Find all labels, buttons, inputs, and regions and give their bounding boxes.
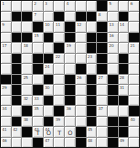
clue-number: 37 xyxy=(98,106,103,111)
grid-cell[interactable]: 4 xyxy=(65,1,75,11)
grid-cell[interactable] xyxy=(1,33,11,43)
grid-cell[interactable] xyxy=(22,138,32,148)
entered-letter: T xyxy=(33,127,43,137)
grid-cell[interactable] xyxy=(129,12,139,22)
clue-number: 45 xyxy=(88,127,93,132)
grid-cell[interactable] xyxy=(22,64,32,74)
clue-number: 18 xyxy=(23,43,28,48)
black-cell xyxy=(44,54,54,64)
clue-number: 46 xyxy=(2,138,7,143)
clue-number: 40 xyxy=(130,117,135,122)
black-cell xyxy=(22,12,32,22)
grid-cell[interactable] xyxy=(97,96,107,106)
black-cell xyxy=(97,64,107,74)
grid-cell[interactable] xyxy=(108,64,118,74)
clue-number: 41 xyxy=(2,127,7,132)
clue-number: 15 xyxy=(34,33,39,38)
grid-cell[interactable] xyxy=(108,54,118,64)
grid-cell[interactable]: 23 xyxy=(87,54,97,64)
black-cell xyxy=(1,75,11,85)
grid-cell[interactable]: 44O xyxy=(44,127,54,137)
black-cell xyxy=(108,138,118,148)
black-cell xyxy=(33,138,43,148)
clue-number: 12 xyxy=(77,22,82,27)
grid-cell[interactable] xyxy=(108,12,118,22)
black-cell xyxy=(87,96,97,106)
black-cell xyxy=(33,85,43,95)
clue-number: 28 xyxy=(120,75,125,80)
grid-cell[interactable] xyxy=(97,117,107,127)
clue-number: 33 xyxy=(34,96,39,101)
black-cell xyxy=(12,64,22,74)
grid-cell[interactable] xyxy=(54,138,64,148)
entered-letter: T xyxy=(54,127,64,137)
grid-cell[interactable] xyxy=(22,22,32,32)
clue-number: 27 xyxy=(98,75,103,80)
grid-cell[interactable] xyxy=(65,64,75,74)
black-cell xyxy=(119,64,129,74)
grid-cell[interactable]: 48 xyxy=(87,138,97,148)
black-cell xyxy=(12,12,22,22)
clue-number: 26 xyxy=(77,75,82,80)
grid-cell[interactable] xyxy=(65,138,75,148)
grid-cell[interactable]: 14 xyxy=(119,22,129,32)
black-cell xyxy=(12,54,22,64)
clue-number: 20 xyxy=(109,43,114,48)
grid-cell[interactable] xyxy=(129,85,139,95)
grid-cell[interactable] xyxy=(54,64,64,74)
grid-cell[interactable]: 1 xyxy=(1,1,11,11)
grid-cell[interactable] xyxy=(76,54,86,64)
grid-cell[interactable]: 34 xyxy=(1,106,11,116)
grid-cell[interactable] xyxy=(12,43,22,53)
clue-number: 24 xyxy=(45,64,50,69)
grid-cell[interactable]: 41 xyxy=(1,127,11,137)
grid-cell[interactable]: 17 xyxy=(1,43,11,53)
grid-cell[interactable]: 32 xyxy=(22,96,32,106)
grid-cell[interactable]: 19 xyxy=(65,43,75,53)
grid-cell[interactable]: 45 xyxy=(87,127,97,137)
black-cell xyxy=(12,33,22,43)
black-cell xyxy=(97,33,107,43)
black-cell xyxy=(44,96,54,106)
grid-cell[interactable] xyxy=(65,12,75,22)
grid-cell[interactable] xyxy=(119,106,129,116)
grid-cell[interactable] xyxy=(1,12,11,22)
grid-cell[interactable]: 27 xyxy=(97,75,107,85)
grid-cell[interactable] xyxy=(97,138,107,148)
clue-number: 7 xyxy=(34,12,36,17)
black-cell xyxy=(97,54,107,64)
grid-cell[interactable] xyxy=(76,1,86,11)
grid-cell[interactable]: 39 xyxy=(54,117,64,127)
grid-cell[interactable]: 35 xyxy=(33,106,43,116)
grid-cell[interactable] xyxy=(76,85,86,95)
clue-number: 32 xyxy=(23,96,28,101)
grid-cell[interactable] xyxy=(76,33,86,43)
grid-cell[interactable]: T xyxy=(54,127,64,137)
grid-cell[interactable] xyxy=(129,22,139,32)
grid-cell[interactable]: 20 xyxy=(108,43,118,53)
grid-cell[interactable]: 33 xyxy=(33,96,43,106)
grid-cell[interactable] xyxy=(129,138,139,148)
black-cell xyxy=(129,106,139,116)
grid-cell[interactable] xyxy=(119,1,129,11)
grid-cell[interactable]: 6 xyxy=(129,1,139,11)
clue-number: 34 xyxy=(2,106,7,111)
grid-cell[interactable]: 29 xyxy=(1,85,11,95)
clue-number: 22 xyxy=(55,54,60,59)
black-cell xyxy=(54,43,64,53)
black-cell xyxy=(22,127,32,137)
clue-number: 17 xyxy=(2,43,7,48)
crossword-board: 1234567891011121314151617181920212223242… xyxy=(0,0,140,148)
black-cell xyxy=(87,106,97,116)
black-cell xyxy=(87,33,97,43)
grid-cell[interactable]: 30 xyxy=(44,85,54,95)
black-cell xyxy=(33,64,43,74)
clue-number: 5 xyxy=(109,1,111,6)
grid-cell[interactable] xyxy=(129,75,139,85)
grid-cell[interactable] xyxy=(97,127,107,137)
clue-number: 2 xyxy=(34,1,36,6)
clue-number: 6 xyxy=(130,1,132,6)
clue-number: 1 xyxy=(2,1,4,6)
grid-cell[interactable]: 18 xyxy=(22,43,32,53)
black-cell xyxy=(44,117,54,127)
grid-cell[interactable] xyxy=(1,117,11,127)
grid-cell[interactable]: 2 xyxy=(33,1,43,11)
grid-cell[interactable]: 25 xyxy=(22,75,32,85)
grid-cell[interactable] xyxy=(54,33,64,43)
grid-cell[interactable] xyxy=(87,22,97,32)
grid-cell[interactable]: 28 xyxy=(119,75,129,85)
grid-cell[interactable] xyxy=(44,12,54,22)
grid-cell[interactable]: 13 xyxy=(108,22,118,32)
black-cell xyxy=(12,85,22,95)
black-cell xyxy=(97,1,107,11)
black-cell xyxy=(65,96,75,106)
grid-cell[interactable] xyxy=(1,64,11,74)
black-cell xyxy=(76,138,86,148)
grid-cell[interactable] xyxy=(54,96,64,106)
black-cell xyxy=(119,54,129,64)
grid-cell[interactable] xyxy=(87,1,97,11)
clue-number: 16 xyxy=(109,33,114,38)
grid-cell[interactable] xyxy=(22,85,32,95)
black-cell xyxy=(65,85,75,95)
grid-cell[interactable] xyxy=(12,22,22,32)
grid-cell[interactable] xyxy=(22,1,32,11)
grid-cell[interactable] xyxy=(33,117,43,127)
clue-number: 48 xyxy=(88,138,93,143)
grid-cell[interactable]: 3 xyxy=(44,1,54,11)
grid-cell[interactable]: 42 xyxy=(12,127,22,137)
grid-cell[interactable]: 36 xyxy=(65,106,75,116)
grid-cell[interactable]: 43T xyxy=(33,127,43,137)
grid-cell[interactable]: 16 xyxy=(108,33,118,43)
grid-cell[interactable]: 26 xyxy=(76,75,86,85)
clue-number: 25 xyxy=(23,75,28,80)
clue-number: 9 xyxy=(2,22,4,27)
grid-cell[interactable]: 24 xyxy=(44,64,54,74)
grid-cell[interactable] xyxy=(12,138,22,148)
black-cell xyxy=(97,22,107,32)
black-cell xyxy=(119,96,129,106)
grid-cell[interactable] xyxy=(119,33,129,43)
black-cell xyxy=(54,12,64,22)
clue-number: 3 xyxy=(45,1,47,6)
grid-cell[interactable]: 37 xyxy=(97,106,107,116)
grid-cell[interactable] xyxy=(76,43,86,53)
black-cell xyxy=(22,106,32,116)
grid-cell[interactable]: 47 xyxy=(44,138,54,148)
grid-cell[interactable] xyxy=(97,85,107,95)
grid-cell[interactable]: 15 xyxy=(33,33,43,43)
clue-number: 47 xyxy=(45,138,50,143)
grid-cell[interactable] xyxy=(76,96,86,106)
black-cell xyxy=(108,85,118,95)
clue-number: 10 xyxy=(45,22,50,27)
grid-cell[interactable]: 40 xyxy=(129,117,139,127)
grid-cell[interactable] xyxy=(22,54,32,64)
entered-letter: O xyxy=(65,127,75,137)
clue-number: 38 xyxy=(23,117,28,122)
grid-cell[interactable]: 9 xyxy=(1,22,11,32)
black-cell xyxy=(33,54,43,64)
grid-cell[interactable]: 7 xyxy=(33,12,43,22)
black-cell xyxy=(76,127,86,137)
grid-cell[interactable]: 46 xyxy=(1,138,11,148)
clue-number: 11 xyxy=(55,22,60,27)
clue-number: 35 xyxy=(34,106,39,111)
clue-number: 39 xyxy=(55,117,60,122)
black-cell xyxy=(87,75,97,85)
black-cell xyxy=(65,33,75,43)
clue-number: 8 xyxy=(98,12,100,17)
clue-number: 31 xyxy=(120,85,125,90)
grid-cell[interactable] xyxy=(1,54,11,64)
black-cell xyxy=(97,43,107,53)
black-cell xyxy=(54,106,64,116)
black-cell xyxy=(76,12,86,22)
grid-cell[interactable] xyxy=(54,75,64,85)
grid-cell[interactable] xyxy=(129,54,139,64)
clue-number: 29 xyxy=(2,85,7,90)
grid-cell[interactable]: 21 xyxy=(129,43,139,53)
grid-cell[interactable]: 8 xyxy=(97,12,107,22)
black-cell xyxy=(65,22,75,32)
grid-cell[interactable] xyxy=(54,1,64,11)
clue-number: 42 xyxy=(13,127,18,132)
clue-number: 4 xyxy=(66,1,68,6)
black-cell xyxy=(76,64,86,74)
grid-cell[interactable]: 31 xyxy=(119,85,129,95)
black-cell xyxy=(12,75,22,85)
grid-cell[interactable]: 12 xyxy=(76,22,86,32)
black-cell xyxy=(87,12,97,22)
black-cell xyxy=(33,22,43,32)
grid-cell[interactable]: 11 xyxy=(54,22,64,32)
clue-number: 14 xyxy=(120,22,125,27)
grid-cell[interactable] xyxy=(33,75,43,85)
black-cell xyxy=(87,43,97,53)
black-cell xyxy=(44,75,54,85)
black-cell xyxy=(12,96,22,106)
grid-cell[interactable]: 10 xyxy=(44,22,54,32)
clue-number: 19 xyxy=(66,43,71,48)
black-cell xyxy=(65,75,75,85)
grid-cell[interactable] xyxy=(12,106,22,116)
grid-cell[interactable]: O xyxy=(65,127,75,137)
black-cell xyxy=(108,75,118,85)
black-cell xyxy=(22,33,32,43)
black-cell xyxy=(44,33,54,43)
black-cell xyxy=(87,117,97,127)
clue-number: 23 xyxy=(88,54,93,59)
grid-cell[interactable]: 49 xyxy=(119,138,129,148)
black-cell xyxy=(108,96,118,106)
entered-letter: O xyxy=(44,127,54,137)
black-cell xyxy=(108,117,118,127)
black-cell xyxy=(12,117,22,127)
grid-cell[interactable] xyxy=(1,96,11,106)
grid-cell[interactable] xyxy=(76,117,86,127)
grid-cell[interactable] xyxy=(65,54,75,64)
grid-cell[interactable] xyxy=(65,117,75,127)
clue-number: 49 xyxy=(120,138,125,143)
grid-cell[interactable]: 5 xyxy=(108,1,118,11)
grid-cell[interactable] xyxy=(129,127,139,137)
grid-cell[interactable] xyxy=(129,64,139,74)
clue-number: 30 xyxy=(45,85,50,90)
black-cell xyxy=(87,85,97,95)
clue-number: 13 xyxy=(109,22,114,27)
black-cell xyxy=(119,127,129,137)
grid-cell[interactable]: 38 xyxy=(22,117,32,127)
grid-cell[interactable] xyxy=(44,43,54,53)
black-cell xyxy=(119,117,129,127)
grid-cell[interactable] xyxy=(129,96,139,106)
grid-cell[interactable] xyxy=(33,43,43,53)
clue-number: 21 xyxy=(130,43,135,48)
grid-cell[interactable]: 22 xyxy=(54,54,64,64)
grid-cell[interactable] xyxy=(76,106,86,116)
black-cell xyxy=(119,12,129,22)
grid-cell[interactable] xyxy=(44,106,54,116)
black-cell xyxy=(108,127,118,137)
grid-cell[interactable] xyxy=(119,43,129,53)
black-cell xyxy=(129,33,139,43)
clue-number: 36 xyxy=(66,106,71,111)
grid-cell[interactable] xyxy=(87,64,97,74)
grid-cell[interactable] xyxy=(54,85,64,95)
grid-cell[interactable] xyxy=(12,1,22,11)
grid-cell[interactable] xyxy=(108,106,118,116)
